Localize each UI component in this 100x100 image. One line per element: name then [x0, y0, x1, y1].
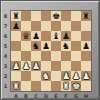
file-label-A: A — [11, 91, 21, 100]
square-h4[interactable] — [81, 51, 91, 61]
square-f1[interactable]: ♜ — [61, 81, 71, 91]
rank-label-7: 7 — [1, 21, 10, 31]
square-f4[interactable] — [61, 51, 71, 61]
square-d5[interactable]: ♟ — [41, 41, 51, 51]
square-h2[interactable]: ♟ — [81, 71, 91, 81]
piece-white-rook[interactable]: ♜ — [12, 81, 20, 91]
piece-black-pawn[interactable]: ♟ — [42, 41, 50, 51]
square-b2[interactable] — [21, 71, 31, 81]
square-e4[interactable] — [51, 51, 61, 61]
rank-label-8: 8 — [1, 11, 10, 21]
square-g8[interactable] — [71, 11, 81, 21]
piece-black-pawn[interactable]: ♟ — [82, 41, 90, 51]
piece-white-knight[interactable]: ♞ — [42, 71, 50, 81]
square-g5[interactable] — [71, 41, 81, 51]
square-b4[interactable] — [21, 51, 31, 61]
square-b6[interactable]: ♛ — [21, 31, 31, 41]
piece-black-pawn[interactable]: ♟ — [62, 31, 70, 41]
square-e8[interactable]: ♚ — [51, 11, 61, 21]
square-b8[interactable] — [21, 11, 31, 21]
square-c8[interactable] — [31, 11, 41, 21]
square-f8[interactable] — [61, 11, 71, 21]
file-label-E: E — [51, 91, 61, 100]
square-d4[interactable] — [41, 51, 51, 61]
square-c6[interactable]: ♟ — [31, 31, 41, 41]
square-g3[interactable] — [71, 61, 81, 71]
square-c2[interactable] — [31, 71, 41, 81]
piece-white-pawn[interactable]: ♟ — [62, 71, 70, 81]
square-h7[interactable] — [81, 21, 91, 31]
square-c3[interactable]: ♟ — [31, 61, 41, 71]
square-b1[interactable] — [21, 81, 31, 91]
square-d6[interactable] — [41, 31, 51, 41]
piece-black-knight[interactable]: ♞ — [32, 41, 40, 51]
square-e2[interactable] — [51, 71, 61, 81]
file-label-F: F — [61, 91, 71, 100]
square-h1[interactable] — [81, 81, 91, 91]
square-b3[interactable]: ♟ — [21, 61, 31, 71]
rank-label-2: 2 — [1, 71, 10, 81]
square-d2[interactable]: ♞ — [41, 71, 51, 81]
square-a8[interactable]: ♜ — [11, 11, 21, 21]
square-a4[interactable] — [11, 51, 21, 61]
file-label-G: G — [71, 91, 81, 100]
square-h3[interactable] — [81, 61, 91, 71]
piece-black-queen[interactable]: ♛ — [22, 31, 30, 41]
piece-white-pawn[interactable]: ♟ — [12, 61, 20, 71]
chess-board-frame: ♜♚♜♟♛♟♝♟♞♟♞♟♟♟♟♞♟♟♟♜♜♚ 87654321ABCDEFGH — [0, 0, 100, 100]
square-c7[interactable] — [31, 21, 41, 31]
square-f7[interactable] — [61, 21, 71, 31]
piece-black-bishop[interactable]: ♝ — [52, 31, 60, 41]
file-label-B: B — [21, 91, 31, 100]
square-c4[interactable] — [31, 51, 41, 61]
piece-white-rook[interactable]: ♜ — [62, 81, 70, 91]
square-f5[interactable]: ♞ — [61, 41, 71, 51]
square-f3[interactable] — [61, 61, 71, 71]
rank-label-3: 3 — [1, 61, 10, 71]
square-b5[interactable] — [21, 41, 31, 51]
square-d7[interactable] — [41, 21, 51, 31]
piece-white-pawn[interactable]: ♟ — [32, 61, 40, 71]
square-e5[interactable] — [51, 41, 61, 51]
square-g4[interactable] — [71, 51, 81, 61]
square-a5[interactable] — [11, 41, 21, 51]
piece-white-pawn[interactable]: ♟ — [72, 71, 80, 81]
square-h8[interactable]: ♜ — [81, 11, 91, 21]
file-label-D: D — [41, 91, 51, 100]
square-d1[interactable] — [41, 81, 51, 91]
square-c5[interactable]: ♞ — [31, 41, 41, 51]
piece-white-pawn[interactable]: ♟ — [22, 61, 30, 71]
square-f2[interactable]: ♟ — [61, 71, 71, 81]
square-g2[interactable]: ♟ — [71, 71, 81, 81]
piece-black-knight[interactable]: ♞ — [62, 41, 70, 51]
square-a1[interactable]: ♜ — [11, 81, 21, 91]
rank-label-6: 6 — [1, 31, 10, 41]
square-e1[interactable] — [51, 81, 61, 91]
square-a7[interactable]: ♟ — [11, 21, 21, 31]
square-b7[interactable] — [21, 21, 31, 31]
square-g7[interactable] — [71, 21, 81, 31]
square-e3[interactable] — [51, 61, 61, 71]
square-g1[interactable]: ♚ — [71, 81, 81, 91]
piece-black-pawn[interactable]: ♟ — [12, 21, 20, 31]
rank-label-5: 5 — [1, 41, 10, 51]
square-e6[interactable]: ♝ — [51, 31, 61, 41]
piece-black-king[interactable]: ♚ — [52, 11, 60, 21]
chess-board: ♜♚♜♟♛♟♝♟♞♟♞♟♟♟♟♞♟♟♟♜♜♚ — [11, 11, 91, 91]
square-d8[interactable] — [41, 11, 51, 21]
square-h6[interactable] — [81, 31, 91, 41]
file-label-C: C — [31, 91, 41, 100]
piece-black-pawn[interactable]: ♟ — [32, 31, 40, 41]
square-a2[interactable] — [11, 71, 21, 81]
file-label-H: H — [81, 91, 91, 100]
rank-label-1: 1 — [1, 81, 10, 91]
piece-white-pawn[interactable]: ♟ — [82, 71, 90, 81]
piece-white-king[interactable]: ♚ — [72, 81, 80, 91]
rank-label-4: 4 — [1, 51, 10, 61]
square-a3[interactable]: ♟ — [11, 61, 21, 71]
square-d3[interactable] — [41, 61, 51, 71]
piece-black-rook[interactable]: ♜ — [12, 11, 20, 21]
square-a6[interactable] — [11, 31, 21, 41]
piece-black-rook[interactable]: ♜ — [82, 11, 90, 21]
square-e7[interactable] — [51, 21, 61, 31]
square-c1[interactable] — [31, 81, 41, 91]
square-h5[interactable]: ♟ — [81, 41, 91, 51]
square-f6[interactable]: ♟ — [61, 31, 71, 41]
square-g6[interactable] — [71, 31, 81, 41]
